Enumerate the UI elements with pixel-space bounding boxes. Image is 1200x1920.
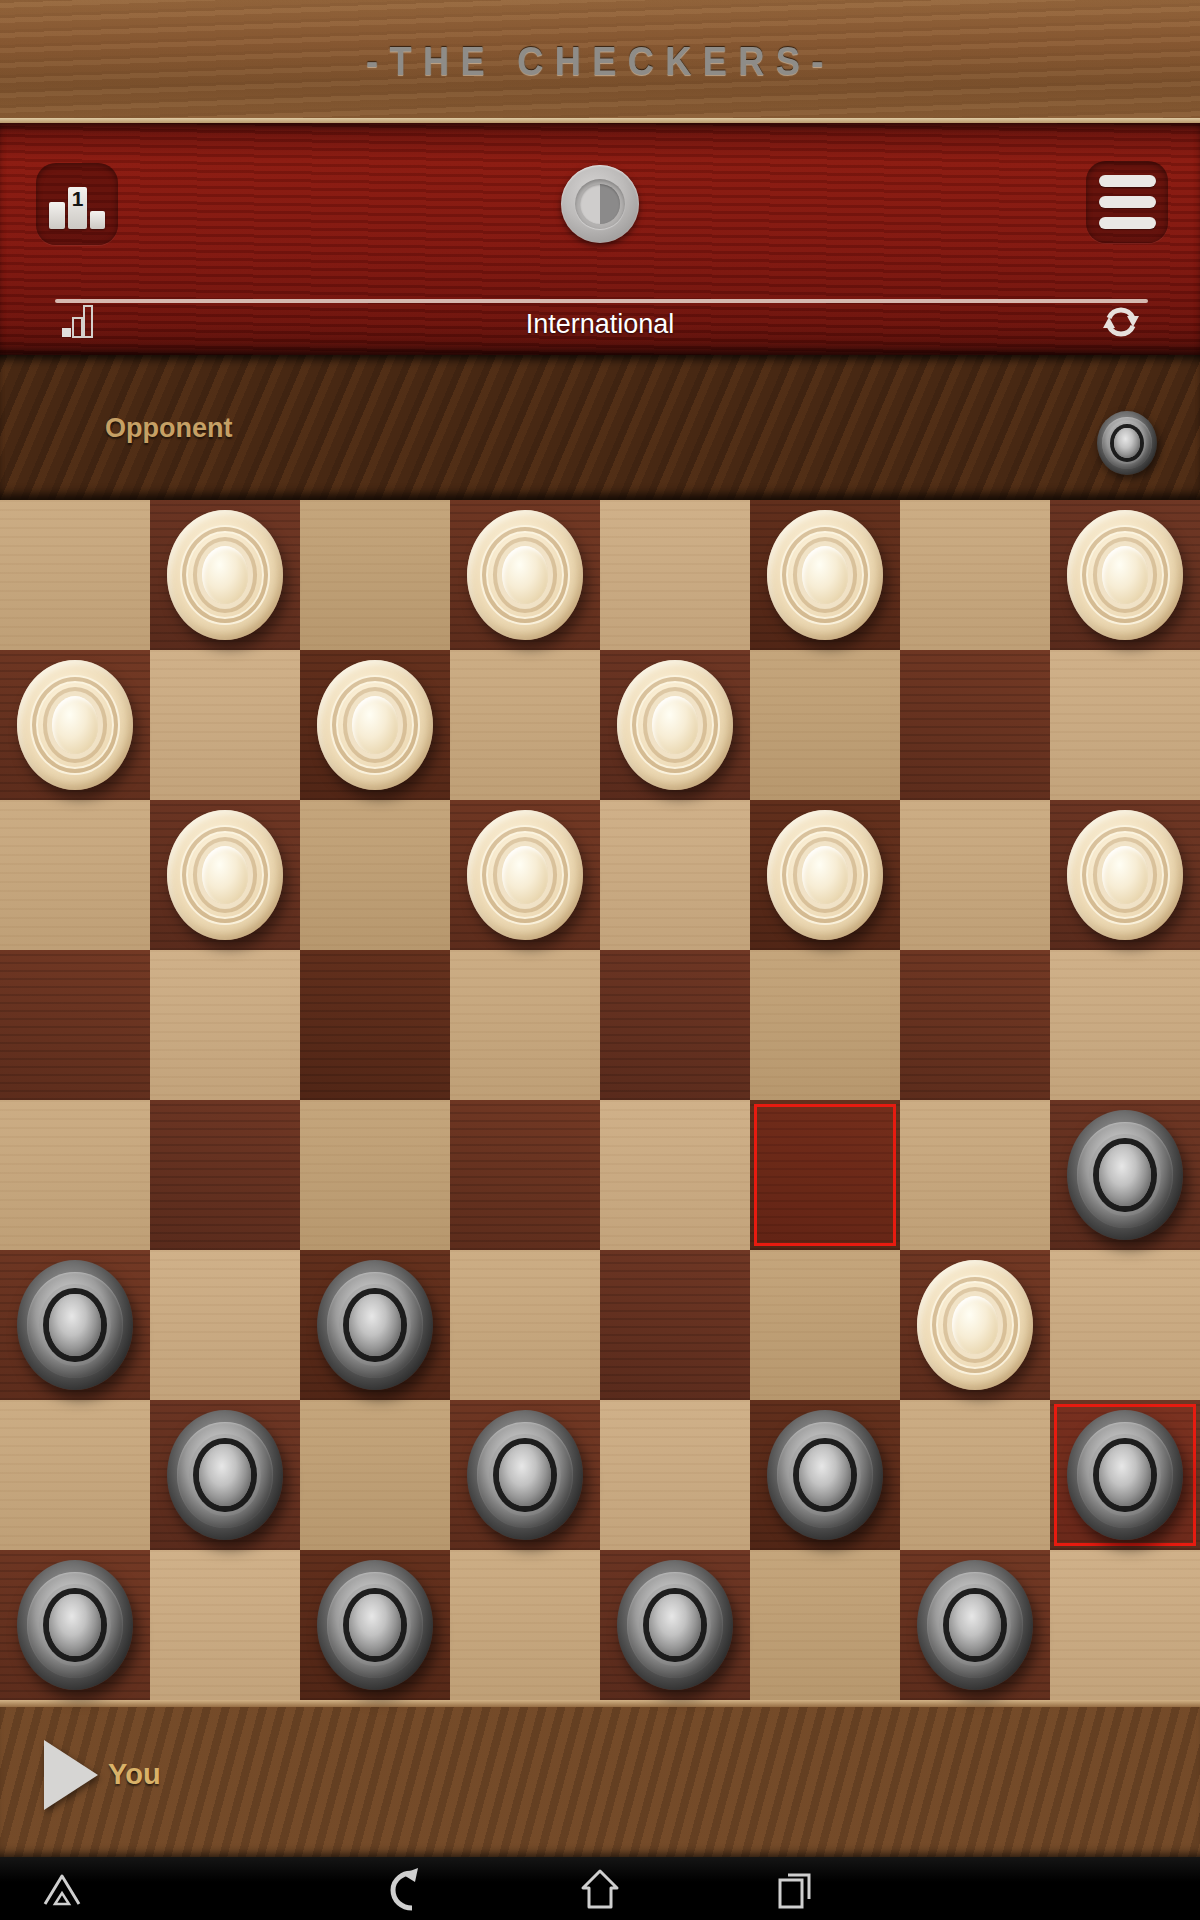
square-b1[interactable] bbox=[150, 1550, 300, 1700]
play-triangle-icon bbox=[44, 1740, 98, 1810]
game-mode-label: International bbox=[0, 309, 1200, 340]
home-icon[interactable] bbox=[576, 1865, 624, 1913]
square-h6[interactable] bbox=[1050, 800, 1200, 950]
podium-bar-first: 1 bbox=[68, 187, 87, 229]
app-title: -THE CHECKERS- bbox=[366, 38, 835, 85]
square-e2[interactable] bbox=[600, 1400, 750, 1550]
black-man[interactable] bbox=[617, 1560, 733, 1690]
recents-icon[interactable] bbox=[771, 1865, 819, 1913]
square-e6[interactable] bbox=[600, 800, 750, 950]
square-d5[interactable] bbox=[450, 950, 600, 1100]
opponent-bar: Opponent bbox=[0, 355, 1200, 500]
square-g2[interactable] bbox=[900, 1400, 1050, 1550]
square-c8[interactable] bbox=[300, 500, 450, 650]
contrast-half-circle-icon bbox=[575, 179, 625, 229]
signal-bars-icon bbox=[60, 303, 95, 344]
square-d7[interactable] bbox=[450, 650, 600, 800]
square-b3[interactable] bbox=[150, 1250, 300, 1400]
square-b2[interactable] bbox=[150, 1400, 300, 1550]
square-e4[interactable] bbox=[600, 1100, 750, 1250]
white-man[interactable] bbox=[317, 660, 433, 790]
square-e5[interactable] bbox=[600, 950, 750, 1100]
you-bar: You bbox=[0, 1700, 1200, 1857]
white-man[interactable] bbox=[167, 810, 283, 940]
square-g7[interactable] bbox=[900, 650, 1050, 800]
white-man[interactable] bbox=[1067, 810, 1183, 940]
square-a1[interactable] bbox=[0, 1550, 150, 1700]
black-man[interactable] bbox=[1067, 1410, 1183, 1540]
board bbox=[0, 500, 1200, 1700]
square-d1[interactable] bbox=[450, 1550, 600, 1700]
square-a6[interactable] bbox=[0, 800, 150, 950]
black-man[interactable] bbox=[167, 1410, 283, 1540]
white-man[interactable] bbox=[917, 1260, 1033, 1390]
captured-black-piece bbox=[1097, 411, 1157, 475]
square-d6[interactable] bbox=[450, 800, 600, 950]
square-b5[interactable] bbox=[150, 950, 300, 1100]
toolbar: 1 International bbox=[0, 123, 1200, 355]
square-a5[interactable] bbox=[0, 950, 150, 1100]
square-g4[interactable] bbox=[900, 1100, 1050, 1250]
square-c7[interactable] bbox=[300, 650, 450, 800]
opponent-captured-tray bbox=[1097, 411, 1157, 475]
square-f1[interactable] bbox=[750, 1550, 900, 1700]
black-man[interactable] bbox=[467, 1410, 583, 1540]
square-f8[interactable] bbox=[750, 500, 900, 650]
square-c5[interactable] bbox=[300, 950, 450, 1100]
square-h7[interactable] bbox=[1050, 650, 1200, 800]
square-e1[interactable] bbox=[600, 1550, 750, 1700]
square-f7[interactable] bbox=[750, 650, 900, 800]
back-icon[interactable] bbox=[384, 1865, 432, 1913]
square-d4[interactable] bbox=[450, 1100, 600, 1250]
black-man[interactable] bbox=[17, 1260, 133, 1390]
square-c2[interactable] bbox=[300, 1400, 450, 1550]
square-a8[interactable] bbox=[0, 500, 150, 650]
black-man[interactable] bbox=[767, 1410, 883, 1540]
black-man[interactable] bbox=[317, 1260, 433, 1390]
black-man[interactable] bbox=[917, 1560, 1033, 1690]
square-c1[interactable] bbox=[300, 1550, 450, 1700]
square-f5[interactable] bbox=[750, 950, 900, 1100]
square-h3[interactable] bbox=[1050, 1250, 1200, 1400]
square-f6[interactable] bbox=[750, 800, 900, 950]
refresh-icon[interactable] bbox=[1100, 301, 1142, 347]
hamburger-menu-icon bbox=[1099, 175, 1156, 229]
square-g6[interactable] bbox=[900, 800, 1050, 950]
black-man[interactable] bbox=[17, 1560, 133, 1690]
white-man[interactable] bbox=[167, 510, 283, 640]
square-c3[interactable] bbox=[300, 1250, 450, 1400]
square-e8[interactable] bbox=[600, 500, 750, 650]
mode-divider-line bbox=[55, 299, 1148, 303]
square-g1[interactable] bbox=[900, 1550, 1050, 1700]
menu-button[interactable] bbox=[1086, 161, 1168, 243]
square-a7[interactable] bbox=[0, 650, 150, 800]
square-e7[interactable] bbox=[600, 650, 750, 800]
white-man[interactable] bbox=[17, 660, 133, 790]
podium-icon: 1 bbox=[49, 187, 105, 229]
square-b7[interactable] bbox=[150, 650, 300, 800]
white-man[interactable] bbox=[767, 510, 883, 640]
square-g3[interactable] bbox=[900, 1250, 1050, 1400]
square-b8[interactable] bbox=[150, 500, 300, 650]
square-h2[interactable] bbox=[1050, 1400, 1200, 1550]
white-man[interactable] bbox=[767, 810, 883, 940]
square-b4[interactable] bbox=[150, 1100, 300, 1250]
leaderboard-button[interactable]: 1 bbox=[36, 163, 118, 245]
square-c6[interactable] bbox=[300, 800, 450, 950]
podium-bar-second bbox=[49, 202, 65, 229]
app-header: -THE CHECKERS- bbox=[0, 0, 1200, 123]
square-f3[interactable] bbox=[750, 1250, 900, 1400]
black-man[interactable] bbox=[317, 1560, 433, 1690]
square-a4[interactable] bbox=[0, 1100, 150, 1250]
you-label: You bbox=[108, 1758, 161, 1791]
square-c4[interactable] bbox=[300, 1100, 450, 1250]
square-d3[interactable] bbox=[450, 1250, 600, 1400]
podium-bar-third bbox=[90, 211, 105, 229]
square-h8[interactable] bbox=[1050, 500, 1200, 650]
square-a2[interactable] bbox=[0, 1400, 150, 1550]
square-g5[interactable] bbox=[900, 950, 1050, 1100]
white-man[interactable] bbox=[1067, 510, 1183, 640]
square-b6[interactable] bbox=[150, 800, 300, 950]
hide-navbar-icon[interactable] bbox=[38, 1865, 86, 1913]
square-f2[interactable] bbox=[750, 1400, 900, 1550]
square-d2[interactable] bbox=[450, 1400, 600, 1550]
white-man[interactable] bbox=[617, 660, 733, 790]
square-g8[interactable] bbox=[900, 500, 1050, 650]
square-e3[interactable] bbox=[600, 1250, 750, 1400]
white-man[interactable] bbox=[467, 510, 583, 640]
square-a3[interactable] bbox=[0, 1250, 150, 1400]
android-nav-bar bbox=[0, 1857, 1200, 1920]
square-h4[interactable] bbox=[1050, 1100, 1200, 1250]
black-man[interactable] bbox=[1067, 1110, 1183, 1240]
square-h1[interactable] bbox=[1050, 1550, 1200, 1700]
square-f4[interactable] bbox=[750, 1100, 900, 1250]
the-checkers-app: -THE CHECKERS- 1 In bbox=[0, 0, 1200, 1920]
theme-toggle-button[interactable] bbox=[561, 165, 639, 243]
square-d8[interactable] bbox=[450, 500, 600, 650]
rank-number: 1 bbox=[72, 187, 84, 211]
square-h5[interactable] bbox=[1050, 950, 1200, 1100]
opponent-label: Opponent bbox=[105, 413, 232, 444]
white-man[interactable] bbox=[467, 810, 583, 940]
